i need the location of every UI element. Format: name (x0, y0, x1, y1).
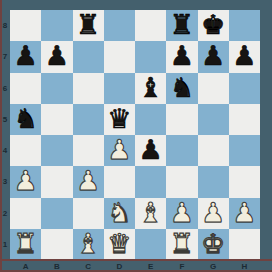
piece-white-bishop[interactable]: ♝ (76, 230, 100, 257)
piece-black-rook[interactable]: ♜ (170, 11, 194, 38)
square-g2[interactable]: ♟ (198, 198, 229, 229)
piece-white-knight[interactable]: ♞ (107, 199, 131, 226)
square-h1[interactable] (229, 229, 260, 260)
square-g6[interactable] (198, 73, 229, 104)
piece-black-pawn[interactable]: ♟ (45, 42, 69, 69)
square-h8[interactable] (229, 10, 260, 41)
square-f5[interactable] (166, 104, 197, 135)
square-c1[interactable]: ♝ (73, 229, 104, 260)
square-e5[interactable] (135, 104, 166, 135)
piece-black-queen[interactable]: ♛ (107, 105, 131, 132)
square-g3[interactable] (198, 166, 229, 197)
square-f7[interactable]: ♟ (166, 41, 197, 72)
square-b3[interactable] (41, 166, 72, 197)
square-b7[interactable]: ♟ (41, 41, 72, 72)
square-c3[interactable]: ♟ (73, 166, 104, 197)
piece-white-bishop[interactable]: ♝ (139, 199, 163, 226)
square-a3[interactable]: ♟ (10, 166, 41, 197)
piece-black-pawn[interactable]: ♟ (232, 42, 256, 69)
square-d6[interactable] (104, 73, 135, 104)
square-a5[interactable]: ♞ (10, 104, 41, 135)
square-e4[interactable]: ♟ (135, 135, 166, 166)
piece-black-bishop[interactable]: ♝ (139, 74, 163, 101)
piece-black-pawn[interactable]: ♟ (139, 136, 163, 163)
chess-board: ♜♜♚♟♟♟♟♟♝♞♞♛♟♟♟♟♞♝♟♟♟♜♝♛♜♚ (10, 10, 260, 260)
square-f1[interactable]: ♜ (166, 229, 197, 260)
square-b5[interactable] (41, 104, 72, 135)
piece-black-king[interactable]: ♚ (201, 11, 225, 38)
square-c2[interactable] (73, 198, 104, 229)
square-g1[interactable]: ♚ (198, 229, 229, 260)
piece-black-pawn[interactable]: ♟ (14, 42, 38, 69)
frame-trim-left (0, 0, 2, 272)
square-e6[interactable]: ♝ (135, 73, 166, 104)
square-b6[interactable] (41, 73, 72, 104)
square-c7[interactable] (73, 41, 104, 72)
piece-white-pawn[interactable]: ♟ (76, 167, 100, 194)
square-c5[interactable] (73, 104, 104, 135)
piece-white-queen[interactable]: ♛ (107, 230, 131, 257)
piece-white-pawn[interactable]: ♟ (170, 199, 194, 226)
square-h7[interactable]: ♟ (229, 41, 260, 72)
square-g5[interactable] (198, 104, 229, 135)
piece-black-rook[interactable]: ♜ (76, 11, 100, 38)
square-d3[interactable] (104, 166, 135, 197)
square-a4[interactable] (10, 135, 41, 166)
square-e2[interactable]: ♝ (135, 198, 166, 229)
piece-white-pawn[interactable]: ♟ (201, 199, 225, 226)
piece-white-king[interactable]: ♚ (201, 230, 225, 257)
square-c6[interactable] (73, 73, 104, 104)
square-a2[interactable] (10, 198, 41, 229)
square-g4[interactable] (198, 135, 229, 166)
piece-black-knight[interactable]: ♞ (170, 74, 194, 101)
square-f3[interactable] (166, 166, 197, 197)
square-d8[interactable] (104, 10, 135, 41)
square-a1[interactable]: ♜ (10, 229, 41, 260)
square-c8[interactable]: ♜ (73, 10, 104, 41)
piece-black-pawn[interactable]: ♟ (170, 42, 194, 69)
square-c4[interactable] (73, 135, 104, 166)
frame-trim-under-board (0, 259, 272, 261)
square-a7[interactable]: ♟ (10, 41, 41, 72)
square-f2[interactable]: ♟ (166, 198, 197, 229)
square-a6[interactable] (10, 73, 41, 104)
piece-black-knight[interactable]: ♞ (14, 105, 38, 132)
square-h6[interactable] (229, 73, 260, 104)
square-d2[interactable]: ♞ (104, 198, 135, 229)
board-frame: ♜♜♚♟♟♟♟♟♝♞♞♛♟♟♟♟♞♝♟♟♟♜♝♛♜♚ 87654321 ABCD… (0, 0, 272, 272)
square-h5[interactable] (229, 104, 260, 135)
square-e3[interactable] (135, 166, 166, 197)
piece-white-rook[interactable]: ♜ (14, 230, 38, 257)
square-d7[interactable] (104, 41, 135, 72)
piece-white-pawn[interactable]: ♟ (14, 167, 38, 194)
square-h3[interactable] (229, 166, 260, 197)
piece-black-pawn[interactable]: ♟ (201, 42, 225, 69)
square-e1[interactable] (135, 229, 166, 260)
square-g8[interactable]: ♚ (198, 10, 229, 41)
piece-white-pawn[interactable]: ♟ (107, 136, 131, 163)
square-d5[interactable]: ♛ (104, 104, 135, 135)
square-b1[interactable] (41, 229, 72, 260)
square-h2[interactable]: ♟ (229, 198, 260, 229)
square-h4[interactable] (229, 135, 260, 166)
square-g7[interactable]: ♟ (198, 41, 229, 72)
square-f4[interactable] (166, 135, 197, 166)
square-f8[interactable]: ♜ (166, 10, 197, 41)
square-e7[interactable] (135, 41, 166, 72)
square-d4[interactable]: ♟ (104, 135, 135, 166)
square-a8[interactable] (10, 10, 41, 41)
square-f6[interactable]: ♞ (166, 73, 197, 104)
square-b4[interactable] (41, 135, 72, 166)
square-e8[interactable] (135, 10, 166, 41)
square-b8[interactable] (41, 10, 72, 41)
piece-white-pawn[interactable]: ♟ (232, 199, 256, 226)
piece-white-rook[interactable]: ♜ (170, 230, 194, 257)
square-b2[interactable] (41, 198, 72, 229)
square-d1[interactable]: ♛ (104, 229, 135, 260)
